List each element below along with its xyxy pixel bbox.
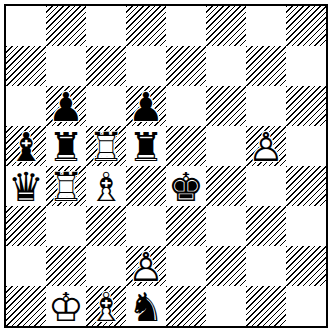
square-e4[interactable]: ♚♚ xyxy=(166,166,206,206)
square-a7[interactable] xyxy=(6,46,46,86)
chess-diagram: ♟♟♟♟♝♝♜♜♜♖♜♜♟♙♛♛♜♖♝♗♚♚♟♙♚♔♝♗♞♞ xyxy=(0,0,332,332)
square-c7[interactable] xyxy=(86,46,126,86)
square-d2[interactable]: ♟♙ xyxy=(126,246,166,286)
square-f1[interactable] xyxy=(206,286,246,326)
square-g8[interactable] xyxy=(246,6,286,46)
square-a3[interactable] xyxy=(6,206,46,246)
square-b1[interactable]: ♚♔ xyxy=(46,286,86,326)
square-g2[interactable] xyxy=(246,246,286,286)
square-a4[interactable]: ♛♛ xyxy=(6,166,46,206)
square-g1[interactable] xyxy=(246,286,286,326)
square-h2[interactable] xyxy=(286,246,326,286)
white-bishop-piece[interactable]: ♝♗ xyxy=(86,166,126,206)
square-e1[interactable] xyxy=(166,286,206,326)
piece-glyph: ♛ xyxy=(6,166,46,206)
black-knight-piece[interactable]: ♞♞ xyxy=(126,286,166,326)
square-b6[interactable]: ♟♟ xyxy=(46,86,86,126)
piece-glyph: ♖ xyxy=(46,166,86,206)
square-b8[interactable] xyxy=(46,6,86,46)
square-h6[interactable] xyxy=(286,86,326,126)
square-a1[interactable] xyxy=(6,286,46,326)
square-f4[interactable] xyxy=(206,166,246,206)
white-rook-piece[interactable]: ♜♖ xyxy=(46,166,86,206)
square-a2[interactable] xyxy=(6,246,46,286)
square-g6[interactable] xyxy=(246,86,286,126)
piece-glyph: ♙ xyxy=(246,126,286,166)
square-a8[interactable] xyxy=(6,6,46,46)
square-f3[interactable] xyxy=(206,206,246,246)
square-b2[interactable] xyxy=(46,246,86,286)
square-d1[interactable]: ♞♞ xyxy=(126,286,166,326)
black-pawn-piece[interactable]: ♟♟ xyxy=(126,86,166,126)
piece-glyph: ♝ xyxy=(6,126,46,166)
square-b7[interactable] xyxy=(46,46,86,86)
piece-glyph: ♜ xyxy=(126,126,166,166)
square-e5[interactable] xyxy=(166,126,206,166)
square-f5[interactable] xyxy=(206,126,246,166)
piece-glyph: ♜ xyxy=(46,126,86,166)
square-c2[interactable] xyxy=(86,246,126,286)
square-h3[interactable] xyxy=(286,206,326,246)
white-king-piece[interactable]: ♚♔ xyxy=(46,286,86,326)
square-g7[interactable] xyxy=(246,46,286,86)
white-bishop-piece[interactable]: ♝♗ xyxy=(86,286,126,326)
square-a6[interactable] xyxy=(6,86,46,126)
square-h5[interactable] xyxy=(286,126,326,166)
square-g3[interactable] xyxy=(246,206,286,246)
square-c8[interactable] xyxy=(86,6,126,46)
square-h8[interactable] xyxy=(286,6,326,46)
square-g4[interactable] xyxy=(246,166,286,206)
black-bishop-piece[interactable]: ♝♝ xyxy=(6,126,46,166)
square-c1[interactable]: ♝♗ xyxy=(86,286,126,326)
square-g5[interactable]: ♟♙ xyxy=(246,126,286,166)
square-f6[interactable] xyxy=(206,86,246,126)
square-e2[interactable] xyxy=(166,246,206,286)
square-b5[interactable]: ♜♜ xyxy=(46,126,86,166)
square-b3[interactable] xyxy=(46,206,86,246)
black-queen-piece[interactable]: ♛♛ xyxy=(6,166,46,206)
square-h1[interactable] xyxy=(286,286,326,326)
white-pawn-piece[interactable]: ♟♙ xyxy=(126,246,166,286)
square-a5[interactable]: ♝♝ xyxy=(6,126,46,166)
square-f2[interactable] xyxy=(206,246,246,286)
square-e7[interactable] xyxy=(166,46,206,86)
piece-glyph: ♗ xyxy=(86,286,126,326)
piece-glyph: ♟ xyxy=(126,86,166,126)
piece-glyph: ♔ xyxy=(46,286,86,326)
square-d5[interactable]: ♜♜ xyxy=(126,126,166,166)
square-c3[interactable] xyxy=(86,206,126,246)
square-d4[interactable] xyxy=(126,166,166,206)
piece-glyph: ♚ xyxy=(166,166,206,206)
square-h4[interactable] xyxy=(286,166,326,206)
piece-glyph: ♗ xyxy=(86,166,126,206)
white-pawn-piece[interactable]: ♟♙ xyxy=(246,126,286,166)
square-c4[interactable]: ♝♗ xyxy=(86,166,126,206)
square-f8[interactable] xyxy=(206,6,246,46)
white-rook-piece[interactable]: ♜♖ xyxy=(86,126,126,166)
square-b4[interactable]: ♜♖ xyxy=(46,166,86,206)
square-e8[interactable] xyxy=(166,6,206,46)
square-d8[interactable] xyxy=(126,6,166,46)
square-f7[interactable] xyxy=(206,46,246,86)
piece-glyph: ♖ xyxy=(86,126,126,166)
square-e6[interactable] xyxy=(166,86,206,126)
square-c6[interactable] xyxy=(86,86,126,126)
square-d7[interactable] xyxy=(126,46,166,86)
square-d6[interactable]: ♟♟ xyxy=(126,86,166,126)
piece-glyph: ♟ xyxy=(46,86,86,126)
square-c5[interactable]: ♜♖ xyxy=(86,126,126,166)
black-king-piece[interactable]: ♚♚ xyxy=(166,166,206,206)
piece-glyph: ♙ xyxy=(126,246,166,286)
square-e3[interactable] xyxy=(166,206,206,246)
square-h7[interactable] xyxy=(286,46,326,86)
black-pawn-piece[interactable]: ♟♟ xyxy=(46,86,86,126)
black-rook-piece[interactable]: ♜♜ xyxy=(126,126,166,166)
piece-glyph: ♞ xyxy=(126,286,166,326)
black-rook-piece[interactable]: ♜♜ xyxy=(46,126,86,166)
chess-board: ♟♟♟♟♝♝♜♜♜♖♜♜♟♙♛♛♜♖♝♗♚♚♟♙♚♔♝♗♞♞ xyxy=(4,4,328,328)
square-d3[interactable] xyxy=(126,206,166,246)
